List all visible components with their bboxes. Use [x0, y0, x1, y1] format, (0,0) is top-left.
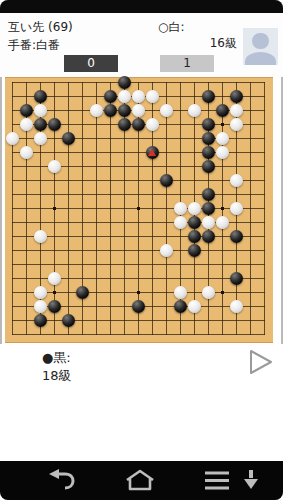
white-player-rank: 16級	[210, 35, 237, 52]
stone-white	[132, 104, 145, 117]
stone-black	[202, 90, 215, 103]
stone-white	[230, 118, 243, 131]
white-player-label: ○白:	[158, 19, 185, 36]
avatar-head-icon	[252, 33, 268, 49]
star-point	[221, 291, 224, 294]
stone-white	[132, 90, 145, 103]
stone-black	[62, 132, 75, 145]
turn-indicator: 手番:白番	[8, 37, 60, 54]
go-board[interactable]	[5, 77, 273, 343]
stone-black	[202, 188, 215, 201]
stone-black	[202, 132, 215, 145]
stone-black	[174, 300, 187, 313]
stone-black	[118, 76, 131, 89]
stone-black	[104, 104, 117, 117]
stone-white	[216, 216, 229, 229]
avatar-body-icon	[245, 52, 275, 65]
stone-white	[188, 104, 201, 117]
back-icon[interactable]	[48, 469, 75, 492]
stone-black	[202, 202, 215, 215]
star-point	[137, 291, 140, 294]
stone-black	[230, 230, 243, 243]
home-icon[interactable]	[124, 469, 156, 492]
stone-white	[6, 132, 19, 145]
stone-white	[174, 286, 187, 299]
stone-white	[34, 286, 47, 299]
grid-line	[250, 82, 251, 335]
stone-black	[34, 314, 47, 327]
grid-line	[12, 236, 265, 237]
match-type-label: 互い先 (69)	[8, 19, 73, 36]
stone-white	[174, 202, 187, 215]
hide-bar-icon[interactable]	[243, 469, 259, 492]
stone-white	[230, 202, 243, 215]
status-bar	[0, 0, 283, 13]
stone-black	[188, 244, 201, 257]
stone-white	[34, 230, 47, 243]
stone-white	[34, 104, 47, 117]
stone-white	[20, 146, 33, 159]
last-move-marker	[148, 149, 156, 156]
stone-white	[230, 174, 243, 187]
stone-white	[188, 202, 201, 215]
stone-white	[160, 244, 173, 257]
stone-white	[216, 146, 229, 159]
android-nav-bar	[0, 461, 283, 500]
stone-black	[202, 146, 215, 159]
star-point	[53, 291, 56, 294]
black-player-label: ●黒:	[42, 349, 71, 367]
stone-white	[34, 300, 47, 313]
stone-black	[160, 174, 173, 187]
stone-black	[202, 230, 215, 243]
stone-white	[230, 300, 243, 313]
grid-line	[166, 82, 167, 335]
grid-line	[12, 320, 265, 321]
stone-black	[230, 272, 243, 285]
grid-line	[264, 82, 265, 335]
star-point	[137, 207, 140, 210]
stone-black	[202, 160, 215, 173]
black-player-bar: ●黒: 18級	[0, 344, 283, 461]
stone-white	[20, 118, 33, 131]
stone-black	[132, 300, 145, 313]
stone-white	[34, 132, 47, 145]
stone-black	[188, 230, 201, 243]
black-player-rank: 18級	[42, 367, 72, 385]
stone-black	[118, 118, 131, 131]
stone-black	[230, 90, 243, 103]
grid-line	[12, 334, 265, 335]
stone-white	[202, 216, 215, 229]
white-capture-counter: 1	[160, 55, 214, 72]
stone-black	[118, 104, 131, 117]
stone-white	[230, 104, 243, 117]
stone-white	[48, 160, 61, 173]
stone-black	[20, 104, 33, 117]
white-player-avatar	[243, 28, 278, 65]
star-point	[221, 207, 224, 210]
stone-white	[174, 216, 187, 229]
stone-black	[132, 118, 145, 131]
stone-black	[104, 90, 117, 103]
grid-line	[12, 250, 265, 251]
stone-black	[62, 314, 75, 327]
stone-black	[146, 146, 159, 159]
app-screen: 互い先 (69) 手番:白番 ○白: 16級 0 1 ●黒: 18級	[0, 0, 283, 500]
stone-white	[48, 272, 61, 285]
star-point	[221, 123, 224, 126]
stone-black	[48, 300, 61, 313]
stone-white	[146, 90, 159, 103]
black-capture-counter: 0	[64, 55, 118, 72]
stone-black	[216, 104, 229, 117]
stone-black	[202, 118, 215, 131]
stone-white	[90, 104, 103, 117]
stone-white	[202, 286, 215, 299]
stone-white	[160, 104, 173, 117]
grid-line	[12, 264, 265, 265]
stone-black	[48, 118, 61, 131]
star-point	[53, 207, 56, 210]
play-forward-button[interactable]	[248, 348, 274, 376]
game-header: 互い先 (69) 手番:白番 ○白: 16級 0 1	[0, 13, 283, 77]
stone-white	[188, 300, 201, 313]
stone-black	[76, 286, 89, 299]
stone-black	[34, 118, 47, 131]
stone-black	[188, 216, 201, 229]
stone-white	[118, 90, 131, 103]
menu-icon[interactable]	[202, 469, 232, 492]
stone-white	[146, 118, 159, 131]
stone-black	[34, 90, 47, 103]
stone-white	[216, 132, 229, 145]
